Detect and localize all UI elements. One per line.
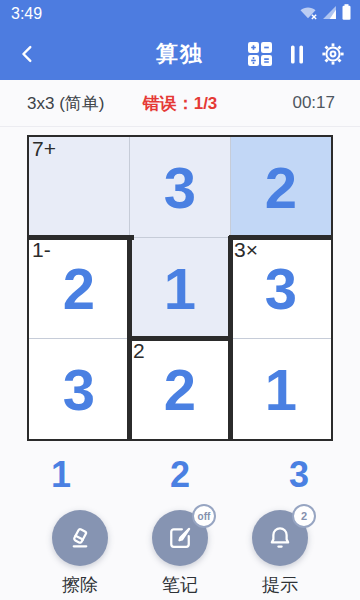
erase-label: 擦除 [62, 573, 98, 597]
app-bar: 算独 [0, 28, 360, 80]
status-bar: 3:49 [0, 0, 360, 28]
numpad-key-1[interactable]: 1 [2, 450, 121, 500]
board-cell-r0c2[interactable]: 2 [231, 137, 331, 237]
battery-icon [341, 3, 352, 25]
cell-value: 2 [130, 339, 230, 439]
cell-value: 3 [130, 137, 230, 237]
cell-signal-icon [322, 5, 337, 24]
settings-icon[interactable] [321, 42, 345, 66]
top-bar: 3:49 [0, 0, 360, 80]
hint-badge: 2 [292, 504, 316, 528]
cell-value: 2 [231, 137, 331, 237]
numpad-key-2[interactable]: 2 [121, 450, 240, 500]
board-cell-r1c0[interactable]: 1-2 [29, 238, 129, 338]
numpad-key-3[interactable]: 3 [240, 450, 359, 500]
cell-value: 1 [130, 238, 230, 338]
eraser-icon[interactable] [52, 510, 108, 566]
wifi-off-icon [298, 4, 318, 25]
cell-value: 2 [29, 238, 129, 338]
calcudoku-board: 7+321-213×33221 [27, 135, 333, 441]
notes-button[interactable]: off 笔记 [130, 510, 230, 597]
board-cell-r0c0[interactable]: 7+ [29, 137, 129, 237]
back-icon[interactable] [8, 34, 48, 74]
info-bar: 3x3 (简单) 错误：1/3 00:17 [0, 80, 360, 127]
cell-value: 3 [231, 238, 331, 338]
cell-value: 3 [29, 339, 129, 439]
board-cell-r0c1[interactable]: 3 [130, 137, 230, 237]
action-buttons: 擦除 off 笔记 [30, 510, 330, 597]
erase-button[interactable]: 擦除 [30, 510, 130, 597]
hint-label: 提示 [262, 573, 298, 597]
status-icons [298, 3, 352, 25]
board-cell-r2c0[interactable]: 3 [29, 339, 129, 439]
calculator-icon[interactable] [247, 41, 273, 67]
notes-badge: off [192, 504, 216, 528]
cell-value [29, 137, 129, 237]
status-time: 3:49 [11, 5, 42, 23]
board-cell-r2c1[interactable]: 22 [130, 339, 230, 439]
errors-counter: 错误：1/3 [0, 92, 360, 115]
hint-button[interactable]: 2 提示 [230, 510, 330, 597]
board-cell-r1c2[interactable]: 3×3 [231, 238, 331, 338]
board-cell-r2c2[interactable]: 1 [231, 339, 331, 439]
cell-value: 1 [231, 339, 331, 439]
pause-icon[interactable] [290, 45, 304, 64]
board-cell-r1c1[interactable]: 1 [130, 238, 230, 338]
number-pad: 1 2 3 [0, 450, 360, 500]
notes-label: 笔记 [162, 573, 198, 597]
